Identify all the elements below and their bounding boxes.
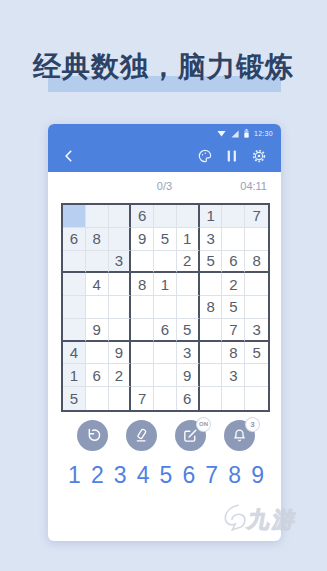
cell-r6c1[interactable] xyxy=(63,319,86,342)
cell-r5c5[interactable] xyxy=(154,296,177,319)
page-title: 经典数独，脑力锻炼 xyxy=(24,48,303,86)
cell-r7c2[interactable] xyxy=(86,342,109,365)
cell-r9c2[interactable] xyxy=(86,387,109,410)
cell-r2c8[interactable] xyxy=(222,228,245,251)
eraser-icon xyxy=(133,427,150,444)
cell-r5c4[interactable] xyxy=(131,296,154,319)
cell-r5c8[interactable]: 5 xyxy=(222,296,245,319)
cell-r8c5[interactable] xyxy=(154,364,177,387)
cell-r9c8[interactable] xyxy=(222,387,245,410)
numpad-4[interactable]: 4 xyxy=(137,462,150,489)
cell-r1c5[interactable] xyxy=(154,205,177,228)
cell-r4c1[interactable] xyxy=(63,273,86,296)
cell-r6c7[interactable] xyxy=(200,319,223,342)
cell-r7c7[interactable] xyxy=(200,342,223,365)
wifi-icon xyxy=(217,130,226,137)
battery-icon xyxy=(244,129,249,138)
cell-r7c8[interactable]: 8 xyxy=(222,342,245,365)
cell-r4c7[interactable] xyxy=(200,273,223,296)
cell-r9c4[interactable]: 7 xyxy=(131,387,154,410)
cell-r6c4[interactable] xyxy=(131,319,154,342)
cell-r8c3[interactable]: 2 xyxy=(109,364,132,387)
cell-r7c5[interactable] xyxy=(154,342,177,365)
cell-r8c8[interactable]: 3 xyxy=(222,364,245,387)
cell-r1c8[interactable] xyxy=(222,205,245,228)
numpad-9[interactable]: 9 xyxy=(251,462,264,489)
cell-r5c3[interactable] xyxy=(109,296,132,319)
numpad-7[interactable]: 7 xyxy=(205,462,218,489)
cell-r7c1[interactable]: 4 xyxy=(63,342,86,365)
cell-r2c7[interactable]: 3 xyxy=(200,228,223,251)
cell-r9c1[interactable]: 5 xyxy=(63,387,86,410)
cell-r6c9[interactable]: 3 xyxy=(245,319,268,342)
cell-r1c1[interactable] xyxy=(63,205,86,228)
cell-r8c1[interactable]: 1 xyxy=(63,364,86,387)
cell-r3c6[interactable]: 2 xyxy=(177,251,200,274)
undo-icon xyxy=(84,427,101,444)
hint-button[interactable]: 3 xyxy=(224,420,255,451)
cell-r4c9[interactable] xyxy=(245,273,268,296)
cell-r8c6[interactable]: 9 xyxy=(177,364,200,387)
cell-r4c5[interactable]: 1 xyxy=(154,273,177,296)
cell-r2c9[interactable] xyxy=(245,228,268,251)
cell-r1c3[interactable] xyxy=(109,205,132,228)
cell-r3c1[interactable] xyxy=(63,251,86,274)
cell-r6c8[interactable]: 7 xyxy=(222,319,245,342)
page-title-text: 经典数独，脑力锻炼 xyxy=(33,51,294,82)
number-pad: 123456789 xyxy=(68,460,264,490)
watermark-logo: 九游 xyxy=(219,503,301,537)
numpad-8[interactable]: 8 xyxy=(228,462,241,489)
cell-r3c2[interactable] xyxy=(86,251,109,274)
cell-r3c8[interactable]: 6 xyxy=(222,251,245,274)
cell-r9c3[interactable] xyxy=(109,387,132,410)
pencil-note-icon xyxy=(182,427,199,444)
cell-r9c7[interactable] xyxy=(200,387,223,410)
cell-r5c1[interactable] xyxy=(63,296,86,319)
bell-icon xyxy=(231,427,248,444)
status-time: 12:30 xyxy=(254,130,273,137)
palette-icon[interactable] xyxy=(197,148,213,164)
watermark-text: 九游 xyxy=(245,505,300,535)
app-header: 12:30 xyxy=(48,124,281,172)
cell-r3c7[interactable]: 5 xyxy=(200,251,223,274)
cell-r9c6[interactable]: 6 xyxy=(177,387,200,410)
phone-screenshot-card: 12:30 0/3 04:11 617689513325684812859657… xyxy=(48,124,281,541)
cell-r5c6[interactable] xyxy=(177,296,200,319)
signal-icon xyxy=(231,130,239,138)
cell-r1c7[interactable]: 1 xyxy=(200,205,223,228)
cell-r6c5[interactable]: 6 xyxy=(154,319,177,342)
cell-r4c3[interactable] xyxy=(109,273,132,296)
cell-r3c4[interactable] xyxy=(131,251,154,274)
cell-r8c9[interactable] xyxy=(245,364,268,387)
cell-r7c9[interactable]: 5 xyxy=(245,342,268,365)
cell-r6c3[interactable] xyxy=(109,319,132,342)
action-buttons-row: ON 3 xyxy=(48,418,281,452)
cell-r2c1[interactable]: 6 xyxy=(63,228,86,251)
cell-r2c2[interactable]: 8 xyxy=(86,228,109,251)
pause-icon[interactable] xyxy=(226,149,238,163)
numpad-5[interactable]: 5 xyxy=(160,462,173,489)
cell-r6c2[interactable]: 9 xyxy=(86,319,109,342)
cell-r8c7[interactable] xyxy=(200,364,223,387)
cell-r9c9[interactable] xyxy=(245,387,268,410)
cell-r9c5[interactable] xyxy=(154,387,177,410)
cell-r2c4[interactable]: 9 xyxy=(131,228,154,251)
cell-r6c6[interactable]: 5 xyxy=(177,319,200,342)
numpad-1[interactable]: 1 xyxy=(68,462,81,489)
settings-gear-icon[interactable] xyxy=(251,148,267,164)
info-row: 0/3 04:11 xyxy=(48,172,281,202)
cell-r7c4[interactable] xyxy=(131,342,154,365)
cell-r7c6[interactable]: 3 xyxy=(177,342,200,365)
numpad-6[interactable]: 6 xyxy=(182,462,195,489)
cell-r5c7[interactable]: 8 xyxy=(200,296,223,319)
cell-r4c8[interactable]: 2 xyxy=(222,273,245,296)
sudoku-grid: 61768951332568481285965734938516293576 xyxy=(61,203,270,412)
cell-r4c4[interactable]: 8 xyxy=(131,273,154,296)
nav-bar xyxy=(48,139,281,172)
numpad-2[interactable]: 2 xyxy=(91,462,104,489)
cell-r7c3[interactable]: 9 xyxy=(109,342,132,365)
cell-r1c9[interactable]: 7 xyxy=(245,205,268,228)
cell-r1c6[interactable] xyxy=(177,205,200,228)
cell-r8c2[interactable]: 6 xyxy=(86,364,109,387)
numpad-3[interactable]: 3 xyxy=(114,462,127,489)
undo-button[interactable] xyxy=(77,420,108,451)
cell-r1c4[interactable]: 6 xyxy=(131,205,154,228)
back-chevron-left-icon[interactable] xyxy=(62,149,76,163)
cell-r5c9[interactable] xyxy=(245,296,268,319)
cell-r8c4[interactable] xyxy=(131,364,154,387)
notes-mode-badge: ON xyxy=(197,418,210,431)
cell-r5c2[interactable] xyxy=(86,296,109,319)
cell-r2c5[interactable]: 5 xyxy=(154,228,177,251)
cell-r3c9[interactable]: 8 xyxy=(245,251,268,274)
cell-r4c2[interactable]: 4 xyxy=(86,273,109,296)
cell-r3c3[interactable]: 3 xyxy=(109,251,132,274)
notes-button[interactable]: ON xyxy=(175,420,206,451)
cell-r2c3[interactable] xyxy=(109,228,132,251)
game-timer: 04:11 xyxy=(240,180,267,192)
cell-r1c2[interactable] xyxy=(86,205,109,228)
cell-r2c6[interactable]: 1 xyxy=(177,228,200,251)
cell-r4c6[interactable] xyxy=(177,273,200,296)
erase-button[interactable] xyxy=(126,420,157,451)
hint-count-badge: 3 xyxy=(246,418,259,431)
cell-r3c5[interactable] xyxy=(154,251,177,274)
